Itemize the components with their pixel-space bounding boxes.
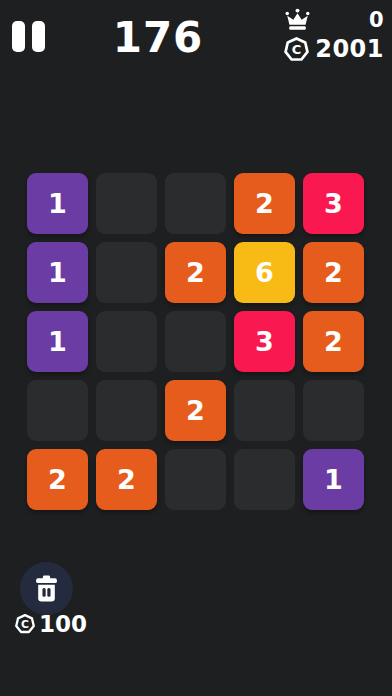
empty-cell-r1c3 <box>165 173 226 234</box>
hud-right: 0 C 2001 <box>284 7 384 65</box>
board-grid: 12312621322221 <box>27 173 364 510</box>
empty-cell-r2c2 <box>96 242 157 303</box>
empty-cell-r3c3 <box>165 311 226 372</box>
svg-text:C: C <box>21 618 29 631</box>
tile-1-r1c1[interactable]: 1 <box>27 173 88 234</box>
empty-cell-r5c3 <box>165 449 226 510</box>
coin-c-badge-icon: C <box>15 614 35 634</box>
trash-cost-value: 100 <box>39 613 87 636</box>
crown-row: 0 <box>284 7 384 33</box>
pause-icon <box>32 21 45 52</box>
empty-cell-r4c5 <box>303 380 364 441</box>
crown-count: 0 <box>369 10 384 31</box>
crown-icon <box>284 8 311 32</box>
score-value: 176 <box>108 13 208 62</box>
trash-icon <box>34 575 59 602</box>
empty-cell-r4c2 <box>96 380 157 441</box>
tile-2-r4c3[interactable]: 2 <box>165 380 226 441</box>
empty-cell-r5c4 <box>234 449 295 510</box>
coins-row: C 2001 <box>284 36 384 62</box>
tile-2-r2c5[interactable]: 2 <box>303 242 364 303</box>
trash-cost: C 100 <box>15 612 87 636</box>
tile-1-r5c5[interactable]: 1 <box>303 449 364 510</box>
empty-cell-r3c2 <box>96 311 157 372</box>
trash-powerup-button[interactable] <box>20 562 73 615</box>
tile-2-r3c5[interactable]: 2 <box>303 311 364 372</box>
empty-cell-r1c2 <box>96 173 157 234</box>
tile-3-r1c5[interactable]: 3 <box>303 173 364 234</box>
tile-1-r3c1[interactable]: 1 <box>27 311 88 372</box>
coin-c-badge-icon: C <box>284 37 309 62</box>
tile-2-r2c3[interactable]: 2 <box>165 242 226 303</box>
tile-6-r2c4[interactable]: 6 <box>234 242 295 303</box>
pause-icon <box>12 21 25 52</box>
pause-button[interactable] <box>12 21 46 52</box>
svg-text:C: C <box>292 42 302 57</box>
empty-cell-r4c1 <box>27 380 88 441</box>
tile-2-r1c4[interactable]: 2 <box>234 173 295 234</box>
tile-1-r2c1[interactable]: 1 <box>27 242 88 303</box>
tile-2-r5c1[interactable]: 2 <box>27 449 88 510</box>
tile-2-r5c2[interactable]: 2 <box>96 449 157 510</box>
empty-cell-r4c4 <box>234 380 295 441</box>
coin-balance: 2001 <box>315 37 384 61</box>
tile-3-r3c4[interactable]: 3 <box>234 311 295 372</box>
